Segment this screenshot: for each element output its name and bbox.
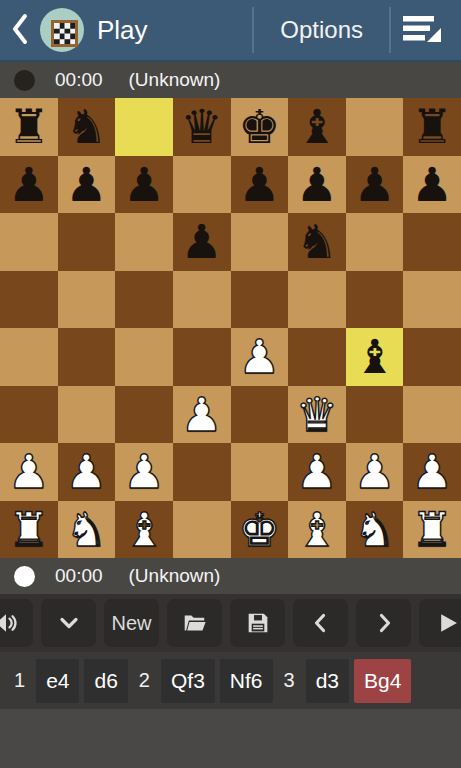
square-e3[interactable] [231,386,289,444]
square-h3[interactable] [403,386,461,444]
square-f6[interactable]: ♞ [288,213,346,271]
piece-bp-f7: ♟ [296,156,338,213]
piece-bb-g4: ♝ [353,328,395,385]
square-h5[interactable] [403,271,461,329]
piece-br-a8: ♜ [8,98,50,155]
square-f1[interactable]: ♝ [288,501,346,559]
square-b8[interactable]: ♞ [58,98,116,156]
white-player-name: (Unknown) [129,565,221,587]
piece-wr-h1: ♜ [411,501,453,558]
square-h4[interactable] [403,328,461,386]
piece-bk-e8: ♚ [238,98,280,155]
square-d8[interactable]: ♛ [173,98,231,156]
square-c3[interactable] [115,386,173,444]
square-b7[interactable]: ♟ [58,156,116,214]
move-e4[interactable]: e4 [36,659,79,703]
square-g5[interactable] [346,271,404,329]
header-divider [389,7,391,53]
square-h2[interactable]: ♟ [403,443,461,501]
move-d6[interactable]: d6 [84,659,127,703]
options-button[interactable]: Options [254,2,389,58]
square-b2[interactable]: ♟ [58,443,116,501]
move-list: 1e4d62Qf3Nf63d3Bg4 [0,652,461,709]
page-title: Play [97,15,148,46]
move-number: 3 [278,669,301,692]
piece-bp-g7: ♟ [353,156,395,213]
piece-wp-e4: ♟ [238,328,280,385]
square-g1[interactable]: ♞ [346,501,404,559]
black-clock-time: 00:00 [55,69,103,91]
square-a5[interactable] [0,271,58,329]
piece-wn-g1: ♞ [353,501,395,558]
square-d6[interactable]: ♟ [173,213,231,271]
square-d2[interactable] [173,443,231,501]
square-f4[interactable] [288,328,346,386]
app-header: Play Options [0,0,461,62]
square-e8[interactable]: ♚ [231,98,289,156]
piece-wp-h2: ♟ [411,443,453,500]
square-f5[interactable] [288,271,346,329]
square-c2[interactable]: ♟ [115,443,173,501]
menu-bars-icon [402,15,442,46]
header-divider [252,7,254,53]
back-button[interactable] [6,8,34,52]
collapse-button[interactable] [41,599,96,647]
piece-bn-b8: ♞ [65,98,107,155]
next-button[interactable] [356,599,411,647]
piece-bp-a7: ♟ [8,156,50,213]
piece-wq-f3: ♛ [296,386,338,443]
square-h8[interactable]: ♜ [403,98,461,156]
square-a7[interactable]: ♟ [0,156,58,214]
new-button[interactable]: New [104,599,159,647]
piece-bp-d6: ♟ [181,213,223,270]
square-a8[interactable]: ♜ [0,98,58,156]
volume-button[interactable] [0,599,33,647]
square-g6[interactable] [346,213,404,271]
square-d5[interactable] [173,271,231,329]
square-b5[interactable] [58,271,116,329]
piece-wp-g2: ♟ [353,443,395,500]
piece-wk-e1: ♚ [238,501,280,558]
menu-button[interactable] [391,2,453,58]
piece-wp-d3: ♟ [181,386,223,443]
square-h1[interactable]: ♜ [403,501,461,559]
move-number: 2 [133,669,156,692]
square-a4[interactable] [0,328,58,386]
square-e7[interactable]: ♟ [231,156,289,214]
square-h7[interactable]: ♟ [403,156,461,214]
square-g8[interactable] [346,98,404,156]
square-c6[interactable] [115,213,173,271]
black-player-indicator [14,70,35,91]
save-button[interactable] [230,599,285,647]
square-b1[interactable]: ♞ [58,501,116,559]
square-e5[interactable] [231,271,289,329]
piece-wp-f2: ♟ [296,443,338,500]
chevron-left-icon [309,609,333,637]
square-e4[interactable]: ♟ [231,328,289,386]
square-g4[interactable]: ♝ [346,328,404,386]
square-c5[interactable] [115,271,173,329]
square-c7[interactable]: ♟ [115,156,173,214]
floppy-icon [244,609,272,637]
piece-wr-a1: ♜ [8,501,50,558]
open-button[interactable] [167,599,222,647]
piece-wb-f1: ♝ [296,501,338,558]
speaker-icon [0,609,21,637]
black-player-name: (Unknown) [129,69,221,91]
piece-bp-b7: ♟ [65,156,107,213]
chess-board: ♜♞♛♚♝♜♟♟♟♟♟♟♟♟♞♟♝♟♛♟♟♟♟♟♟♜♞♝♚♝♞♜ [0,98,461,558]
square-e1[interactable]: ♚ [231,501,289,559]
white-clock-time: 00:00 [55,565,103,587]
play-icon [433,609,461,637]
play-button[interactable] [419,599,461,647]
square-h6[interactable] [403,213,461,271]
square-g7[interactable]: ♟ [346,156,404,214]
square-c4[interactable] [115,328,173,386]
square-b3[interactable] [58,386,116,444]
chevron-down-icon [54,611,84,635]
piece-br-h8: ♜ [411,98,453,155]
square-a1[interactable]: ♜ [0,501,58,559]
square-f3[interactable]: ♛ [288,386,346,444]
game-toolbar: New [0,594,461,652]
square-e6[interactable] [231,213,289,271]
square-g2[interactable]: ♟ [346,443,404,501]
square-f2[interactable]: ♟ [288,443,346,501]
white-player-indicator [14,566,35,587]
piece-bp-e7: ♟ [238,156,280,213]
piece-wb-c1: ♝ [123,501,165,558]
move-d3[interactable]: d3 [306,659,349,703]
folder-open-icon [180,610,210,636]
black-clock-bar: 00:00 (Unknown) [0,62,461,98]
piece-bp-h7: ♟ [411,156,453,213]
square-e2[interactable] [231,443,289,501]
previous-button[interactable] [293,599,348,647]
square-d1[interactable] [173,501,231,559]
square-d7[interactable] [173,156,231,214]
piece-bn-f6: ♞ [296,213,338,270]
piece-wp-c2: ♟ [123,443,165,500]
move-Nf6[interactable]: Nf6 [220,659,273,703]
piece-wp-a2: ♟ [8,443,50,500]
square-b4[interactable] [58,328,116,386]
new-button-label: New [111,612,151,635]
back-chevron-icon [10,12,30,49]
square-a3[interactable] [0,386,58,444]
square-c1[interactable]: ♝ [115,501,173,559]
square-a6[interactable] [0,213,58,271]
piece-bp-c7: ♟ [123,156,165,213]
piece-wp-b2: ♟ [65,443,107,500]
square-d3[interactable]: ♟ [173,386,231,444]
square-b6[interactable] [58,213,116,271]
chevron-right-icon [372,609,396,637]
square-c8[interactable] [115,98,173,156]
move-Bg4-current[interactable]: Bg4 [354,659,411,703]
square-f8[interactable]: ♝ [288,98,346,156]
move-number: 1 [8,669,31,692]
white-clock-bar: 00:00 (Unknown) [0,558,461,594]
footer-filler [0,709,461,768]
piece-bb-f8: ♝ [296,98,338,155]
checkerboard-icon [51,20,78,47]
piece-wn-b1: ♞ [65,501,107,558]
square-f7[interactable]: ♟ [288,156,346,214]
square-g3[interactable] [346,386,404,444]
square-a2[interactable]: ♟ [0,443,58,501]
square-d4[interactable] [173,328,231,386]
move-Qf3[interactable]: Qf3 [161,659,215,703]
app-chessboard-avatar-icon [40,8,84,52]
piece-bq-d8: ♛ [181,98,223,155]
